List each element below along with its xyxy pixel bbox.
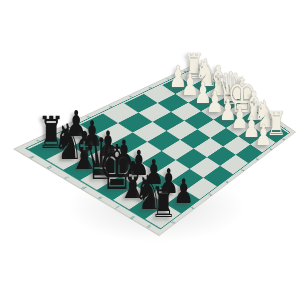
white-pawn-h7[interactable]: ♟: [254, 120, 273, 149]
pieces-layer: ♜♞♝♛♚♝♞♜♟♟♟♟♟♟♟♟♟♟♟♟♟♟♟♟♜♞♝♛♚♝♞♜: [0, 0, 300, 300]
black-rook-h1[interactable]: ♜: [149, 182, 178, 224]
product-photo: aabbccddeeffgghh1122334455667788 ♜♞♝♛♚♝♞…: [0, 0, 300, 300]
